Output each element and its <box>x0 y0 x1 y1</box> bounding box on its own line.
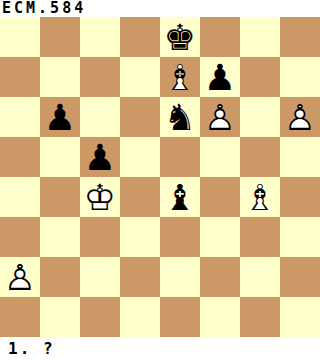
square-c2[interactable] <box>80 257 120 297</box>
square-f2[interactable] <box>200 257 240 297</box>
chess-board: ♚♝♗♟♟♞♟♙♟♙♟♚♔♝♝♗♟♙ <box>0 17 320 337</box>
piece-wP: ♙ <box>0 257 40 297</box>
square-c4[interactable]: ♚♔ <box>80 177 120 217</box>
piece-bK: ♚ <box>160 17 200 57</box>
piece-wB: ♗ <box>240 177 280 217</box>
square-f3[interactable] <box>200 217 240 257</box>
square-e1[interactable] <box>160 297 200 337</box>
square-h5[interactable] <box>280 137 320 177</box>
square-a5[interactable] <box>0 137 40 177</box>
piece-wK: ♔ <box>80 177 120 217</box>
square-d3[interactable] <box>120 217 160 257</box>
piece-wK-fill: ♚ <box>80 177 120 217</box>
piece-bN: ♞ <box>160 97 200 137</box>
square-d2[interactable] <box>120 257 160 297</box>
square-a2[interactable]: ♟♙ <box>0 257 40 297</box>
piece-wP: ♙ <box>280 97 320 137</box>
square-a4[interactable] <box>0 177 40 217</box>
piece-bP: ♟ <box>80 137 120 177</box>
square-e4[interactable]: ♝ <box>160 177 200 217</box>
square-f1[interactable] <box>200 297 240 337</box>
square-c5[interactable]: ♟ <box>80 137 120 177</box>
puzzle-id: ECM.584 <box>0 0 320 17</box>
piece-wP-fill: ♟ <box>0 257 40 297</box>
square-d5[interactable] <box>120 137 160 177</box>
square-a7[interactable] <box>0 57 40 97</box>
square-h6[interactable]: ♟♙ <box>280 97 320 137</box>
piece-wP-fill: ♟ <box>200 97 240 137</box>
square-e2[interactable] <box>160 257 200 297</box>
piece-wP: ♙ <box>200 97 240 137</box>
square-d7[interactable] <box>120 57 160 97</box>
square-e7[interactable]: ♝♗ <box>160 57 200 97</box>
square-g2[interactable] <box>240 257 280 297</box>
square-b4[interactable] <box>40 177 80 217</box>
square-g5[interactable] <box>240 137 280 177</box>
square-h2[interactable] <box>280 257 320 297</box>
move-prompt: 1. ? <box>0 337 320 360</box>
square-c8[interactable] <box>80 17 120 57</box>
square-d1[interactable] <box>120 297 160 337</box>
square-a6[interactable] <box>0 97 40 137</box>
square-h7[interactable] <box>280 57 320 97</box>
square-f4[interactable] <box>200 177 240 217</box>
square-b3[interactable] <box>40 217 80 257</box>
square-g1[interactable] <box>240 297 280 337</box>
square-c3[interactable] <box>80 217 120 257</box>
square-g3[interactable] <box>240 217 280 257</box>
square-d4[interactable] <box>120 177 160 217</box>
piece-wB: ♗ <box>160 57 200 97</box>
square-g4[interactable]: ♝♗ <box>240 177 280 217</box>
square-b5[interactable] <box>40 137 80 177</box>
square-h4[interactable] <box>280 177 320 217</box>
square-b7[interactable] <box>40 57 80 97</box>
square-c6[interactable] <box>80 97 120 137</box>
square-f7[interactable]: ♟ <box>200 57 240 97</box>
square-c1[interactable] <box>80 297 120 337</box>
square-f8[interactable] <box>200 17 240 57</box>
square-a8[interactable] <box>0 17 40 57</box>
piece-wB-fill: ♝ <box>160 57 200 97</box>
square-b1[interactable] <box>40 297 80 337</box>
square-h1[interactable] <box>280 297 320 337</box>
square-g8[interactable] <box>240 17 280 57</box>
square-a1[interactable] <box>0 297 40 337</box>
square-e3[interactable] <box>160 217 200 257</box>
piece-wB-fill: ♝ <box>240 177 280 217</box>
square-e8[interactable]: ♚ <box>160 17 200 57</box>
square-g7[interactable] <box>240 57 280 97</box>
square-h3[interactable] <box>280 217 320 257</box>
square-h8[interactable] <box>280 17 320 57</box>
square-d6[interactable] <box>120 97 160 137</box>
square-a3[interactable] <box>0 217 40 257</box>
square-e5[interactable] <box>160 137 200 177</box>
piece-bB: ♝ <box>160 177 200 217</box>
square-g6[interactable] <box>240 97 280 137</box>
piece-bP: ♟ <box>200 57 240 97</box>
square-f6[interactable]: ♟♙ <box>200 97 240 137</box>
square-b8[interactable] <box>40 17 80 57</box>
square-c7[interactable] <box>80 57 120 97</box>
piece-bP: ♟ <box>40 97 80 137</box>
square-d8[interactable] <box>120 17 160 57</box>
square-b2[interactable] <box>40 257 80 297</box>
square-f5[interactable] <box>200 137 240 177</box>
square-e6[interactable]: ♞ <box>160 97 200 137</box>
piece-wP-fill: ♟ <box>280 97 320 137</box>
square-b6[interactable]: ♟ <box>40 97 80 137</box>
